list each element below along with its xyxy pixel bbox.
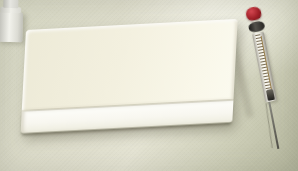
lab-bench-scene	[0, 0, 298, 171]
reagent-bottle-cap	[3, 0, 18, 8]
reagent-bottle	[0, 0, 25, 42]
reagent-bottle-body	[0, 12, 23, 43]
syringe-plunger-knob	[245, 6, 262, 22]
vial-rack-top-face	[22, 19, 238, 110]
syringe-needle-hub	[266, 89, 274, 101]
microliter-syringe	[242, 5, 292, 154]
syringe-barrel	[252, 31, 277, 102]
vial-rack	[21, 19, 238, 133]
